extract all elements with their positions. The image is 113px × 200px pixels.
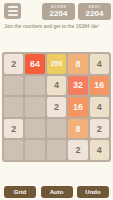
empty-cell	[4, 97, 23, 117]
empty-cell	[25, 97, 44, 117]
tile-2: 2	[47, 97, 66, 117]
menu-button[interactable]	[4, 3, 21, 19]
auto-button[interactable]: Auto	[41, 186, 73, 198]
best-badge: BEST 2204	[78, 3, 111, 20]
empty-cell	[47, 119, 66, 139]
tile-64: 64	[25, 54, 44, 74]
tile-2: 2	[4, 54, 23, 74]
tile-4: 4	[47, 76, 66, 96]
tile-2: 2	[68, 140, 87, 160]
score-value: 2204	[45, 9, 72, 18]
tile-32: 32	[68, 76, 87, 96]
hamburger-icon	[8, 14, 18, 16]
tile-4: 4	[90, 140, 109, 160]
empty-cell	[47, 140, 66, 160]
hamburger-icon	[8, 6, 18, 8]
empty-cell	[25, 119, 44, 139]
undo-button[interactable]: Undo	[77, 186, 109, 198]
empty-cell	[4, 140, 23, 160]
tile-8: 8	[68, 54, 87, 74]
tile-2: 2	[4, 119, 23, 139]
goal-subtitle: Join the numbers and get to the 16384 ti…	[4, 23, 111, 29]
grid-button[interactable]: Grid	[4, 186, 36, 198]
score-panel: SCORE 2204 BEST 2204	[42, 3, 111, 20]
tile-4: 4	[90, 54, 109, 74]
tile-2: 2	[90, 119, 109, 139]
tile-8: 8	[68, 119, 87, 139]
best-value: 2204	[81, 9, 108, 18]
tile-4: 4	[90, 97, 109, 117]
board[interactable]: 2642568443216216428224	[2, 52, 111, 162]
tile-16: 16	[90, 76, 109, 96]
empty-cell	[25, 76, 44, 96]
control-bar: Grid Auto Undo	[0, 186, 113, 198]
score-badge: SCORE 2204	[42, 3, 75, 20]
tile-256: 256	[47, 54, 66, 74]
hamburger-icon	[8, 10, 18, 12]
tile-16: 16	[68, 97, 87, 117]
empty-cell	[4, 76, 23, 96]
empty-cell	[25, 140, 44, 160]
